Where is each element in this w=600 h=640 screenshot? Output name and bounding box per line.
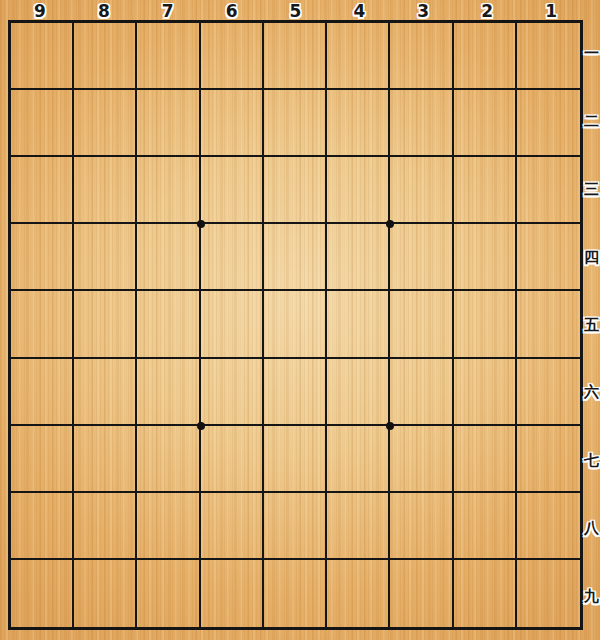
- square-95[interactable]: [11, 291, 74, 358]
- square-69[interactable]: [201, 560, 264, 627]
- square-81[interactable]: [74, 23, 137, 90]
- square-17[interactable]: [517, 426, 580, 493]
- square-15[interactable]: [517, 291, 580, 358]
- square-96[interactable]: [11, 359, 74, 426]
- square-52[interactable]: [264, 90, 327, 157]
- square-21[interactable]: [454, 23, 517, 90]
- square-58[interactable]: [264, 493, 327, 560]
- square-23[interactable]: [454, 157, 517, 224]
- square-42[interactable]: [327, 90, 390, 157]
- square-78[interactable]: [137, 493, 200, 560]
- square-84[interactable]: [74, 224, 137, 291]
- square-45[interactable]: [327, 291, 390, 358]
- square-92[interactable]: [11, 90, 74, 157]
- square-24[interactable]: [454, 224, 517, 291]
- square-18[interactable]: [517, 493, 580, 560]
- square-76[interactable]: [137, 359, 200, 426]
- square-28[interactable]: [454, 493, 517, 560]
- square-22[interactable]: [454, 90, 517, 157]
- hoshi-dot-3-3: [197, 220, 205, 228]
- square-14[interactable]: [517, 224, 580, 291]
- file-label-3: 3: [391, 0, 455, 20]
- square-98[interactable]: [11, 493, 74, 560]
- rank-label-4: 四: [583, 223, 600, 291]
- square-46[interactable]: [327, 359, 390, 426]
- square-41[interactable]: [327, 23, 390, 90]
- square-29[interactable]: [454, 560, 517, 627]
- square-72[interactable]: [137, 90, 200, 157]
- square-88[interactable]: [74, 493, 137, 560]
- square-77[interactable]: [137, 426, 200, 493]
- file-label-5: 5: [264, 0, 328, 20]
- square-31[interactable]: [390, 23, 453, 90]
- square-79[interactable]: [137, 560, 200, 627]
- square-83[interactable]: [74, 157, 137, 224]
- square-48[interactable]: [327, 493, 390, 560]
- square-35[interactable]: [390, 291, 453, 358]
- square-85[interactable]: [74, 291, 137, 358]
- square-37[interactable]: [390, 426, 453, 493]
- square-34[interactable]: [390, 224, 453, 291]
- square-44[interactable]: [327, 224, 390, 291]
- rank-label-3: 三: [583, 156, 600, 224]
- square-53[interactable]: [264, 157, 327, 224]
- rank-label-1: 一: [583, 20, 600, 88]
- file-label-2: 2: [455, 0, 519, 20]
- square-82[interactable]: [74, 90, 137, 157]
- file-label-1: 1: [519, 0, 583, 20]
- square-56[interactable]: [264, 359, 327, 426]
- file-label-9: 9: [8, 0, 72, 20]
- shogi-board-background: 987654321 一二三四五六七八九: [0, 0, 600, 640]
- square-59[interactable]: [264, 560, 327, 627]
- square-91[interactable]: [11, 23, 74, 90]
- square-12[interactable]: [517, 90, 580, 157]
- square-13[interactable]: [517, 157, 580, 224]
- square-89[interactable]: [74, 560, 137, 627]
- square-38[interactable]: [390, 493, 453, 560]
- square-36[interactable]: [390, 359, 453, 426]
- square-66[interactable]: [201, 359, 264, 426]
- square-86[interactable]: [74, 359, 137, 426]
- square-74[interactable]: [137, 224, 200, 291]
- square-75[interactable]: [137, 291, 200, 358]
- rank-label-8: 八: [583, 494, 600, 562]
- board-grid: [11, 23, 580, 627]
- rank-label-5: 五: [583, 291, 600, 359]
- square-54[interactable]: [264, 224, 327, 291]
- file-labels: 987654321: [8, 0, 583, 20]
- hoshi-dot-6-6: [386, 422, 394, 430]
- square-93[interactable]: [11, 157, 74, 224]
- square-43[interactable]: [327, 157, 390, 224]
- square-61[interactable]: [201, 23, 264, 90]
- file-label-7: 7: [136, 0, 200, 20]
- file-label-4: 4: [327, 0, 391, 20]
- square-99[interactable]: [11, 560, 74, 627]
- rank-label-6: 六: [583, 359, 600, 427]
- square-33[interactable]: [390, 157, 453, 224]
- square-16[interactable]: [517, 359, 580, 426]
- square-71[interactable]: [137, 23, 200, 90]
- square-49[interactable]: [327, 560, 390, 627]
- rank-label-7: 七: [583, 427, 600, 495]
- square-64[interactable]: [201, 224, 264, 291]
- square-67[interactable]: [201, 426, 264, 493]
- square-39[interactable]: [390, 560, 453, 627]
- square-73[interactable]: [137, 157, 200, 224]
- square-65[interactable]: [201, 291, 264, 358]
- file-label-8: 8: [72, 0, 136, 20]
- rank-label-2: 二: [583, 88, 600, 156]
- square-55[interactable]: [264, 291, 327, 358]
- square-57[interactable]: [264, 426, 327, 493]
- rank-label-9: 九: [583, 562, 600, 630]
- hoshi-dot-3-6: [197, 422, 205, 430]
- square-51[interactable]: [264, 23, 327, 90]
- square-26[interactable]: [454, 359, 517, 426]
- hoshi-dot-6-3: [386, 220, 394, 228]
- square-32[interactable]: [390, 90, 453, 157]
- square-27[interactable]: [454, 426, 517, 493]
- square-97[interactable]: [11, 426, 74, 493]
- square-87[interactable]: [74, 426, 137, 493]
- square-47[interactable]: [327, 426, 390, 493]
- square-68[interactable]: [201, 493, 264, 560]
- rank-labels: 一二三四五六七八九: [583, 20, 600, 630]
- square-63[interactable]: [201, 157, 264, 224]
- square-11[interactable]: [517, 23, 580, 90]
- square-25[interactable]: [454, 291, 517, 358]
- shogi-board: [8, 20, 583, 630]
- square-94[interactable]: [11, 224, 74, 291]
- square-19[interactable]: [517, 560, 580, 627]
- file-label-6: 6: [200, 0, 264, 20]
- square-62[interactable]: [201, 90, 264, 157]
